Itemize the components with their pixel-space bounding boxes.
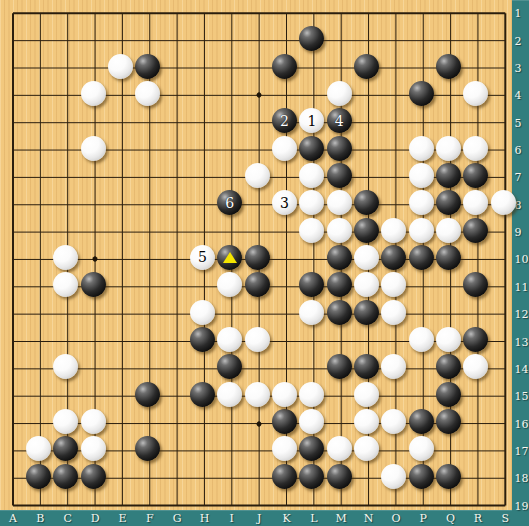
white-stone-K15 (272, 382, 297, 407)
white-stone-L12 (299, 300, 324, 325)
white-stone-F4 (135, 81, 160, 106)
black-stone-Q16 (436, 409, 461, 434)
row-label-11: 11 (515, 281, 529, 292)
black-stone-J10 (245, 245, 270, 270)
black-stone-P4 (409, 81, 434, 106)
white-stone-M17 (327, 436, 352, 461)
row-label-9: 9 (515, 227, 522, 238)
column-label-K: K (282, 513, 290, 524)
row-label-17: 17 (515, 445, 529, 456)
white-stone-J13 (245, 327, 270, 352)
white-stone-S8 (491, 190, 516, 215)
white-stone-M9 (327, 218, 352, 243)
white-stone-E3 (108, 54, 133, 79)
black-stone-Q10 (436, 245, 461, 270)
go-board-app: ABCDEFGHIJKLMNOPQRS 12345678910111213141… (0, 0, 529, 526)
black-stone-C18 (53, 464, 78, 489)
column-label-E: E (118, 513, 126, 524)
black-stone-Q7 (436, 163, 461, 188)
column-label-A: A (9, 513, 17, 524)
black-stone-L18 (299, 464, 324, 489)
white-stone-L9 (299, 218, 324, 243)
white-stone-O18 (381, 464, 406, 489)
white-stone-O9 (381, 218, 406, 243)
row-label-16: 16 (515, 418, 529, 429)
black-stone-P16 (409, 409, 434, 434)
row-label-bar: 12345678910111213141516171819 (512, 0, 529, 526)
white-stone-P9 (409, 218, 434, 243)
black-stone-M11 (327, 272, 352, 297)
black-stone-K16 (272, 409, 297, 434)
column-label-I: I (230, 513, 234, 524)
black-stone-P18 (409, 464, 434, 489)
white-stone-D17 (81, 436, 106, 461)
row-label-15: 15 (515, 391, 529, 402)
white-stone-D16 (81, 409, 106, 434)
white-stone-H10: 5 (190, 245, 215, 270)
row-label-13: 13 (515, 336, 529, 347)
black-stone-M12 (327, 300, 352, 325)
column-label-R: R (474, 513, 482, 524)
row-label-10: 10 (515, 254, 529, 265)
black-stone-L6 (299, 136, 324, 161)
black-stone-R9 (463, 218, 488, 243)
white-stone-M4 (327, 81, 352, 106)
column-label-O: O (391, 513, 400, 524)
move-number-2: 2 (280, 114, 289, 128)
white-stone-P13 (409, 327, 434, 352)
black-stone-M5: 4 (327, 108, 352, 133)
white-stone-N15 (354, 382, 379, 407)
column-label-F: F (146, 513, 154, 524)
white-stone-Q6 (436, 136, 461, 161)
white-stone-J7 (245, 163, 270, 188)
white-stone-L15 (299, 382, 324, 407)
move-number-5: 5 (198, 250, 207, 264)
white-stone-O12 (381, 300, 406, 325)
white-stone-H12 (190, 300, 215, 325)
row-label-4: 4 (515, 90, 522, 101)
row-label-6: 6 (515, 145, 522, 156)
move-number-3: 3 (280, 196, 289, 210)
white-stone-C10 (53, 245, 78, 270)
column-label-H: H (200, 513, 210, 524)
black-stone-F3 (135, 54, 160, 79)
black-stone-J11 (245, 272, 270, 297)
black-stone-Q15 (436, 382, 461, 407)
black-stone-D18 (81, 464, 106, 489)
black-stone-M6 (327, 136, 352, 161)
black-stone-H13 (190, 327, 215, 352)
black-stone-Q3 (436, 54, 461, 79)
black-stone-D11 (81, 272, 106, 297)
white-stone-N10 (354, 245, 379, 270)
white-stone-K6 (272, 136, 297, 161)
column-label-Q: Q (446, 513, 455, 524)
row-label-2: 2 (515, 35, 522, 46)
row-label-7: 7 (515, 172, 522, 183)
black-stone-M14 (327, 354, 352, 379)
black-stone-Q18 (436, 464, 461, 489)
black-stone-H15 (190, 382, 215, 407)
white-stone-P17 (409, 436, 434, 461)
column-label-bar: ABCDEFGHIJKLMNOPQRS (0, 510, 529, 526)
column-label-L: L (310, 513, 317, 524)
row-label-1: 1 (515, 8, 522, 19)
black-stone-K18 (272, 464, 297, 489)
black-stone-M10 (327, 245, 352, 270)
white-stone-Q9 (436, 218, 461, 243)
black-stone-M18 (327, 464, 352, 489)
move-number-6: 6 (225, 196, 234, 210)
white-stone-P6 (409, 136, 434, 161)
black-stone-B18 (26, 464, 51, 489)
row-label-5: 5 (515, 117, 522, 128)
white-stone-P8 (409, 190, 434, 215)
row-label-18: 18 (515, 473, 529, 484)
black-stone-N9 (354, 218, 379, 243)
white-stone-D6 (81, 136, 106, 161)
column-label-B: B (36, 513, 44, 524)
column-label-G: G (173, 513, 182, 524)
column-label-C: C (63, 513, 71, 524)
triangle-marker-icon (223, 252, 237, 263)
black-stone-P10 (409, 245, 434, 270)
row-label-14: 14 (515, 363, 529, 374)
move-number-4: 4 (335, 114, 344, 128)
column-label-J: J (257, 513, 261, 524)
black-stone-N3 (354, 54, 379, 79)
column-label-D: D (91, 513, 100, 524)
black-stone-N12 (354, 300, 379, 325)
row-label-12: 12 (515, 309, 529, 320)
white-stone-R6 (463, 136, 488, 161)
row-label-19: 19 (515, 500, 529, 511)
column-label-N: N (364, 513, 374, 524)
white-stone-Q13 (436, 327, 461, 352)
white-stone-D4 (81, 81, 106, 106)
white-stone-J15 (245, 382, 270, 407)
column-label-P: P (420, 513, 427, 524)
black-stone-F15 (135, 382, 160, 407)
move-number-1: 1 (307, 114, 316, 128)
black-stone-K3 (272, 54, 297, 79)
black-stone-M7 (327, 163, 352, 188)
column-label-M: M (336, 513, 347, 524)
white-stone-N16 (354, 409, 379, 434)
white-stone-M8 (327, 190, 352, 215)
row-label-3: 3 (515, 63, 522, 74)
white-stone-P7 (409, 163, 434, 188)
white-stone-I15 (217, 382, 242, 407)
column-label-S: S (502, 513, 510, 524)
